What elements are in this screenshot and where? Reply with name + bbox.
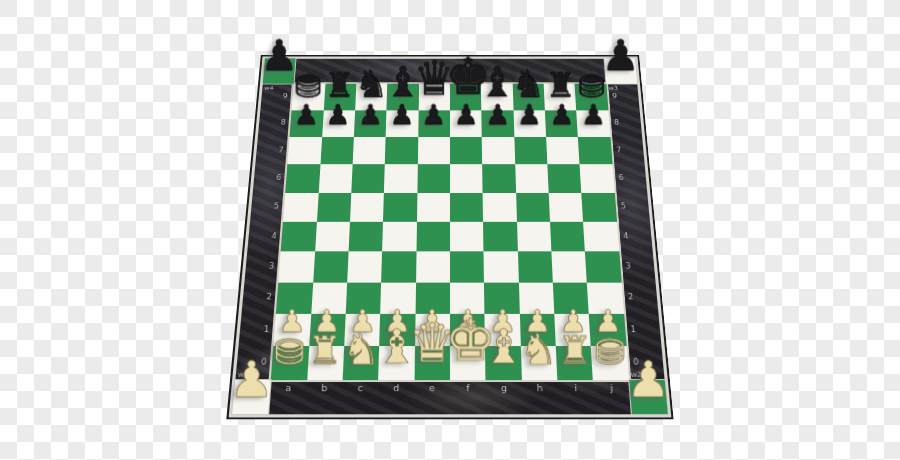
square-j7[interactable]: [578, 137, 612, 165]
file-label-g: g: [498, 383, 509, 393]
square-e6[interactable]: [417, 164, 450, 192]
square-e5[interactable]: [417, 193, 450, 222]
square-i4[interactable]: [550, 222, 585, 252]
rank-label-left-5: 5: [272, 203, 281, 212]
square-a6[interactable]: [286, 164, 321, 192]
file-label-f: f: [463, 383, 474, 393]
rank-label-left-2: 2: [265, 293, 274, 302]
rank-label-left-3: 3: [267, 262, 276, 271]
square-d7[interactable]: [385, 137, 418, 165]
square-c4[interactable]: [349, 222, 384, 252]
square-a3[interactable]: [279, 252, 315, 283]
square-d3[interactable]: [381, 252, 416, 283]
square-e3[interactable]: [416, 252, 450, 283]
square-g7[interactable]: [482, 137, 515, 165]
rank-label-left-7: 7: [277, 146, 285, 154]
square-g4[interactable]: [483, 222, 517, 252]
square-c5[interactable]: [350, 193, 384, 222]
square-g3[interactable]: [484, 252, 519, 283]
square-a7[interactable]: [288, 137, 322, 165]
square-b3[interactable]: [313, 252, 349, 283]
rank-label-right-3: 3: [624, 262, 633, 271]
rank-label-left-6: 6: [274, 174, 283, 182]
file-label-e: e: [427, 383, 438, 393]
square-f7[interactable]: [450, 137, 482, 165]
file-label-j: j: [606, 383, 617, 393]
corner-label-w4: w4: [264, 85, 274, 93]
white-wizard-w1[interactable]: ♟: [227, 354, 275, 404]
file-label-b: b: [319, 383, 330, 393]
square-c3[interactable]: [347, 252, 382, 283]
black-pawn-j8[interactable]: ♟: [573, 102, 615, 130]
square-b5[interactable]: [317, 193, 352, 222]
rank-label-left-4: 4: [270, 232, 279, 241]
square-i6[interactable]: [547, 164, 581, 192]
omega-chess-board: w1w2w3w499887766554433221100abcdefghij♟♟…: [232, 59, 668, 415]
rank-label-right-7: 7: [615, 146, 623, 154]
square-g6[interactable]: [482, 164, 515, 192]
square-i5[interactable]: [549, 193, 584, 222]
square-b4[interactable]: [315, 222, 350, 252]
square-b6[interactable]: [318, 164, 352, 192]
file-label-i: i: [570, 383, 581, 393]
square-d6[interactable]: [384, 164, 417, 192]
square-b7[interactable]: [320, 137, 354, 165]
square-j4[interactable]: [583, 222, 619, 252]
square-f4[interactable]: [450, 222, 484, 252]
square-d4[interactable]: [382, 222, 416, 252]
rank-label-right-2: 2: [626, 293, 635, 302]
board-scene: w1w2w3w499887766554433221100abcdefghij♟♟…: [0, 0, 900, 460]
square-a4[interactable]: [281, 222, 317, 252]
square-h5[interactable]: [516, 193, 550, 222]
square-f5[interactable]: [450, 193, 483, 222]
transparent-checker-background: { "game": "omega-chess", "description": …: [0, 0, 900, 460]
square-i3[interactable]: [551, 252, 587, 283]
square-c6[interactable]: [351, 164, 385, 192]
square-a5[interactable]: [283, 193, 318, 222]
rank-label-right-6: 6: [617, 174, 626, 182]
square-j3[interactable]: [585, 252, 621, 283]
square-f6[interactable]: [450, 164, 483, 192]
square-e7[interactable]: [418, 137, 450, 165]
square-h4[interactable]: [517, 222, 552, 252]
rank-label-right-4: 4: [622, 232, 631, 241]
square-f3[interactable]: [450, 252, 484, 283]
file-label-d: d: [391, 383, 402, 393]
square-h3[interactable]: [518, 252, 553, 283]
square-c7[interactable]: [353, 137, 386, 165]
file-label-a: a: [283, 383, 294, 393]
square-i7[interactable]: [546, 137, 580, 165]
file-label-h: h: [534, 383, 545, 393]
square-h6[interactable]: [515, 164, 549, 192]
square-j5[interactable]: [582, 193, 617, 222]
square-e4[interactable]: [416, 222, 450, 252]
square-h7[interactable]: [514, 137, 547, 165]
square-d5[interactable]: [383, 193, 417, 222]
white-wizard-w2[interactable]: ♟: [625, 354, 673, 404]
square-j6[interactable]: [580, 164, 615, 192]
file-label-c: c: [355, 383, 366, 393]
rank-label-right-5: 5: [619, 203, 628, 212]
square-g5[interactable]: [483, 193, 517, 222]
